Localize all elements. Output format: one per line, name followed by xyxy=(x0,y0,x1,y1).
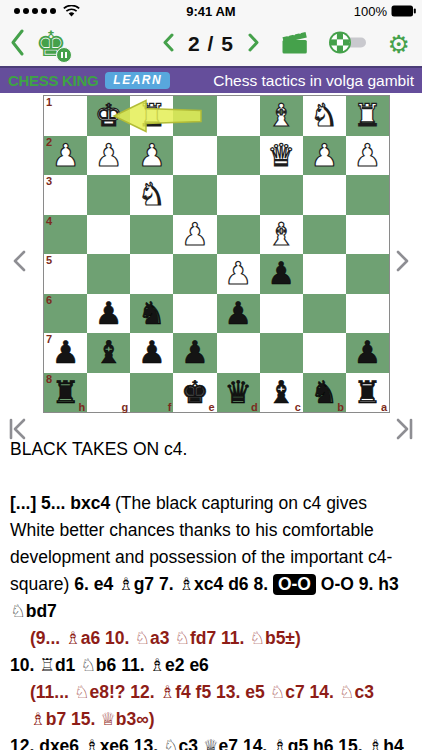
square-f4[interactable] xyxy=(130,215,173,255)
next-move-button[interactable] xyxy=(388,243,418,279)
square-f7[interactable]: ♟ xyxy=(130,333,173,373)
first-move-button[interactable] xyxy=(2,411,32,447)
piece-black-bishop: ♝ xyxy=(87,333,130,373)
square-d1[interactable] xyxy=(217,96,260,136)
square-a1[interactable]: ♜ xyxy=(346,96,389,136)
square-h5[interactable]: 5 xyxy=(44,254,87,294)
square-e6[interactable] xyxy=(173,294,216,334)
rank-label: 3 xyxy=(46,175,52,187)
piece-white-rook: ♜ xyxy=(346,96,389,136)
square-g4[interactable] xyxy=(87,215,130,255)
square-d8[interactable]: d♛ xyxy=(217,373,260,413)
piece-white-knight: ♞ xyxy=(303,96,346,136)
course-title-bar: CHESS KING LEARN Chess tactics in volga … xyxy=(0,68,422,93)
square-e2[interactable] xyxy=(173,136,216,176)
file-label: g xyxy=(122,401,129,413)
square-d2[interactable] xyxy=(217,136,260,176)
square-a4[interactable] xyxy=(346,215,389,255)
square-e1[interactable] xyxy=(173,96,216,136)
move-text[interactable]: 6. e4 ♗g7 7. ♗xc4 d6 8. xyxy=(74,574,273,594)
square-h1[interactable]: 1 xyxy=(44,96,87,136)
rank-label: 1 xyxy=(46,96,52,108)
square-h8[interactable]: 8h♜ xyxy=(44,373,87,413)
piece-white-pawn: ♟ xyxy=(217,254,260,294)
rank-label: 6 xyxy=(46,294,52,306)
file-label: b xyxy=(337,401,344,413)
file-label: f xyxy=(168,401,172,413)
move-text[interactable]: 10. ♖d1 ♘b6 11. ♗e2 e6 xyxy=(10,655,209,675)
piece-black-knight: ♞ xyxy=(130,294,173,334)
square-f6[interactable]: ♞ xyxy=(130,294,173,334)
file-label: h xyxy=(78,401,85,413)
rank-label: 4 xyxy=(46,215,52,227)
annotation-body: [...] 5... bxc4 (The black capturing on … xyxy=(10,490,412,750)
settings-gear-button[interactable]: ⚙ xyxy=(388,32,410,57)
square-b7[interactable] xyxy=(303,333,346,373)
square-b3[interactable] xyxy=(303,175,346,215)
square-h7[interactable]: 7♟ xyxy=(44,333,87,373)
nav-bar: ♚ 2 / 5 xyxy=(0,22,422,68)
mainline-moves: [...] 5... bxc4 (The black capturing on … xyxy=(10,490,412,625)
board-toggle-switch[interactable] xyxy=(328,30,368,59)
square-d6[interactable]: ♟ xyxy=(217,294,260,334)
square-b6[interactable] xyxy=(303,294,346,334)
piece-white-knight: ♞ xyxy=(130,175,173,215)
square-c8[interactable]: c♝ xyxy=(260,373,303,413)
animation-clapperboard-button[interactable] xyxy=(281,30,308,59)
status-bar: 9:41 AM 100% xyxy=(0,0,422,22)
learn-badge: LEARN xyxy=(105,72,170,89)
piece-white-bishop: ♝ xyxy=(260,215,303,255)
square-a2[interactable]: ♟ xyxy=(346,136,389,176)
square-g3[interactable] xyxy=(87,175,130,215)
rank-label: 8 xyxy=(46,373,52,385)
square-c2[interactable]: ♛ xyxy=(260,136,303,176)
battery-icon xyxy=(391,5,416,17)
prev-move-button[interactable] xyxy=(4,243,34,279)
square-c3[interactable] xyxy=(260,175,303,215)
square-a7[interactable]: ♟ xyxy=(346,333,389,373)
square-e3[interactable] xyxy=(173,175,216,215)
annotation-panel: BLACK TAKES ON c4. [...] 5... bxc4 (The … xyxy=(0,425,422,750)
square-g5[interactable] xyxy=(87,254,130,294)
square-d3[interactable] xyxy=(217,175,260,215)
move-text[interactable]: 12. dxe6 ♗xe6 13. ♘c3 ♕e7 14. ♗g5 h6 15.… xyxy=(10,736,404,750)
file-label: a xyxy=(381,401,387,413)
prev-position-button[interactable] xyxy=(163,33,174,56)
piece-black-pawn: ♟ xyxy=(130,333,173,373)
square-e5[interactable] xyxy=(173,254,216,294)
square-e7[interactable]: ♟ xyxy=(173,333,216,373)
rank-label: 2 xyxy=(46,136,52,148)
square-f3[interactable]: ♞ xyxy=(130,175,173,215)
square-d4[interactable] xyxy=(217,215,260,255)
rank-label: 5 xyxy=(46,254,52,266)
move-text[interactable]: (9... ♗a6 10. ♘a3 ♘fd7 11. ♘b5±) xyxy=(30,628,301,648)
square-b1[interactable]: ♞ xyxy=(303,96,346,136)
square-g6[interactable]: ♟ xyxy=(87,294,130,334)
square-h4[interactable]: 4 xyxy=(44,215,87,255)
square-e8[interactable]: e♚ xyxy=(173,373,216,413)
next-position-button[interactable] xyxy=(248,33,259,56)
square-c6[interactable] xyxy=(260,294,303,334)
square-c1[interactable]: ♝ xyxy=(260,96,303,136)
variation-line: (9... ♗a6 10. ♘a3 ♘fd7 11. ♘b5±) xyxy=(10,625,412,652)
current-move-highlight[interactable]: O-O xyxy=(273,574,316,595)
file-label: c xyxy=(295,401,301,413)
piece-black-pawn: ♟ xyxy=(217,294,260,334)
square-f8[interactable]: f xyxy=(130,373,173,413)
square-c4[interactable]: ♝ xyxy=(260,215,303,255)
file-label: e xyxy=(208,401,214,413)
position-heading: BLACK TAKES ON c4. xyxy=(10,436,412,463)
position-counter: 2 / 5 xyxy=(188,32,234,56)
square-h3[interactable]: 3 xyxy=(44,175,87,215)
square-g8[interactable]: g xyxy=(87,373,130,413)
course-title: Chess tactics in volga gambit xyxy=(213,72,414,90)
square-g7[interactable]: ♝ xyxy=(87,333,130,373)
battery-percent: 100% xyxy=(354,4,387,19)
square-h2[interactable]: 2♟ xyxy=(44,136,87,176)
square-a5[interactable] xyxy=(346,254,389,294)
square-e4[interactable]: ♟ xyxy=(173,215,216,255)
brand-label: CHESS KING xyxy=(8,72,98,89)
piece-white-bishop: ♝ xyxy=(260,96,303,136)
square-f5[interactable] xyxy=(130,254,173,294)
variation-line: (11... ♘e8!? 12. ♗f4 f5 13. e5 ♘c7 14. ♘… xyxy=(10,679,412,733)
square-h6[interactable]: 6 xyxy=(44,294,87,334)
square-c7[interactable] xyxy=(260,333,303,373)
square-b8[interactable]: b♞ xyxy=(303,373,346,413)
piece-white-pawn: ♟ xyxy=(346,136,389,176)
piece-black-pawn: ♟ xyxy=(346,333,389,373)
square-a3[interactable] xyxy=(346,175,389,215)
square-g1[interactable]: ♚ xyxy=(87,96,130,136)
piece-white-queen: ♛ xyxy=(260,136,303,176)
piece-black-pawn: ♟ xyxy=(260,254,303,294)
piece-white-rook: ♜ xyxy=(130,96,173,136)
square-d5[interactable]: ♟ xyxy=(217,254,260,294)
square-b5[interactable] xyxy=(303,254,346,294)
mainline-moves: 10. ♖d1 ♘b6 11. ♗e2 e6 xyxy=(10,652,412,679)
square-c5[interactable]: ♟ xyxy=(260,254,303,294)
piece-white-pawn: ♟ xyxy=(303,136,346,176)
piece-black-pawn: ♟ xyxy=(87,294,130,334)
board-area: 1♚♜♝♞♜2♟♟♟♛♟♟3♞4♟♝5♟♟6♟♞♟7♟♝♟♟♟8h♜gfe♚d♛… xyxy=(0,93,422,425)
piece-white-pawn: ♟ xyxy=(130,136,173,176)
square-a8[interactable]: a♜ xyxy=(346,373,389,413)
piece-black-pawn: ♟ xyxy=(173,333,216,373)
mainline-moves: 12. dxe6 ♗xe6 13. ♘c3 ♕e7 14. ♗g5 h6 15.… xyxy=(10,733,412,750)
move-text[interactable]: (11... ♘e8!? 12. ♗f4 f5 13. e5 ♘c7 14. ♘… xyxy=(30,682,374,729)
piece-white-king: ♚ xyxy=(87,96,130,136)
square-d7[interactable] xyxy=(217,333,260,373)
file-label: d xyxy=(251,401,258,413)
rank-label: 7 xyxy=(46,333,52,345)
square-f1[interactable]: ♜ xyxy=(130,96,173,136)
square-b2[interactable]: ♟ xyxy=(303,136,346,176)
square-f2[interactable]: ♟ xyxy=(130,136,173,176)
piece-white-pawn: ♟ xyxy=(173,215,216,255)
square-b4[interactable] xyxy=(303,215,346,255)
chess-board: 1♚♜♝♞♜2♟♟♟♛♟♟3♞4♟♝5♟♟6♟♞♟7♟♝♟♟♟8h♜gfe♚d♛… xyxy=(44,96,389,412)
piece-white-pawn: ♟ xyxy=(87,136,130,176)
last-move-button[interactable] xyxy=(390,411,420,447)
square-a6[interactable] xyxy=(346,294,389,334)
move-text[interactable]: [...] 5... bxc4 xyxy=(10,493,115,513)
square-g2[interactable]: ♟ xyxy=(87,136,130,176)
